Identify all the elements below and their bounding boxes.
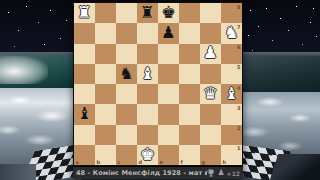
white-bishop[interactable]: ♝ bbox=[140, 65, 155, 82]
white-bishop[interactable]: ♝ bbox=[224, 85, 239, 102]
trophy-icon bbox=[207, 169, 215, 177]
square-a4[interactable] bbox=[74, 84, 95, 104]
square-f1[interactable]: f bbox=[179, 145, 200, 165]
rank-label-8: 8 bbox=[237, 4, 240, 10]
square-c8[interactable] bbox=[116, 3, 137, 23]
file-label-f: f bbox=[181, 159, 183, 165]
chess-board[interactable]: ♜♜♚8♟7♞♟6♞♝5♛4♝♝32abcd♚efg1h bbox=[73, 2, 243, 166]
square-b6[interactable] bbox=[95, 44, 116, 64]
square-e2[interactable] bbox=[158, 125, 179, 145]
square-c4[interactable] bbox=[116, 84, 137, 104]
file-label-c: c bbox=[118, 159, 121, 165]
white-pawn[interactable]: ♟ bbox=[203, 45, 218, 62]
square-h3[interactable]: 3 bbox=[221, 104, 242, 124]
square-d2[interactable] bbox=[137, 125, 158, 145]
rank-label-3: 3 bbox=[237, 105, 240, 111]
square-c6[interactable] bbox=[116, 44, 137, 64]
square-f2[interactable] bbox=[179, 125, 200, 145]
square-a6[interactable] bbox=[74, 44, 95, 64]
chess-puzzle-panel: ♜♜♚8♟7♞♟6♞♝5♛4♝♝32abcd♚efg1h 48 - Комінс… bbox=[73, 2, 243, 179]
file-label-a: a bbox=[76, 159, 79, 165]
square-h1[interactable]: 1h bbox=[221, 145, 242, 165]
dark-corner-bottom-right bbox=[270, 154, 320, 180]
rank-label-1: 1 bbox=[237, 145, 240, 151]
square-b4[interactable] bbox=[95, 84, 116, 104]
square-h6[interactable]: 6 bbox=[221, 44, 242, 64]
square-g6[interactable]: ♟ bbox=[200, 44, 221, 64]
file-label-h: h bbox=[223, 159, 227, 165]
rank-label-6: 6 bbox=[237, 44, 240, 50]
square-c3[interactable] bbox=[116, 104, 137, 124]
square-c2[interactable] bbox=[116, 125, 137, 145]
square-f7[interactable] bbox=[179, 23, 200, 43]
dark-water-bottom-left bbox=[0, 164, 36, 180]
caption-status: ♟ +12 bbox=[207, 169, 240, 177]
square-e1[interactable]: e bbox=[158, 145, 179, 165]
caption-bar: 48 - Комінс Менсфілд 1928 - мат в 2 ходи… bbox=[73, 166, 243, 179]
white-queen[interactable]: ♛ bbox=[203, 85, 218, 102]
puzzle-caption: 48 - Комінс Менсфілд 1928 - мат в 2 ходи bbox=[76, 169, 207, 177]
square-f5[interactable] bbox=[179, 64, 200, 84]
square-a2[interactable] bbox=[74, 125, 95, 145]
black-king[interactable]: ♚ bbox=[161, 4, 176, 21]
square-b5[interactable] bbox=[95, 64, 116, 84]
file-label-g: g bbox=[202, 159, 206, 165]
square-g5[interactable] bbox=[200, 64, 221, 84]
square-c1[interactable]: c bbox=[116, 145, 137, 165]
square-e8[interactable]: ♚ bbox=[158, 3, 179, 23]
square-e3[interactable] bbox=[158, 104, 179, 124]
square-b2[interactable] bbox=[95, 125, 116, 145]
square-g1[interactable]: g bbox=[200, 145, 221, 165]
square-d4[interactable] bbox=[137, 84, 158, 104]
square-h5[interactable]: 5 bbox=[221, 64, 242, 84]
square-e6[interactable] bbox=[158, 44, 179, 64]
material-score: +12 bbox=[227, 170, 240, 177]
square-d3[interactable] bbox=[137, 104, 158, 124]
black-rook[interactable]: ♜ bbox=[140, 4, 155, 21]
wave-foam-splash bbox=[0, 56, 48, 84]
square-h2[interactable]: 2 bbox=[221, 125, 242, 145]
square-h7[interactable]: 7♞ bbox=[221, 23, 242, 43]
square-d6[interactable] bbox=[137, 44, 158, 64]
black-knight[interactable]: ♞ bbox=[119, 65, 134, 82]
black-bishop[interactable]: ♝ bbox=[77, 106, 92, 123]
file-label-e: e bbox=[160, 159, 163, 165]
screenshot: ♜♜♚8♟7♞♟6♞♝5♛4♝♝32abcd♚efg1h 48 - Комінс… bbox=[0, 0, 320, 180]
square-d8[interactable]: ♜ bbox=[137, 3, 158, 23]
square-c7[interactable] bbox=[116, 23, 137, 43]
square-h4[interactable]: 4♝ bbox=[221, 84, 242, 104]
square-f3[interactable] bbox=[179, 104, 200, 124]
square-b7[interactable] bbox=[95, 23, 116, 43]
square-d1[interactable]: d♚ bbox=[137, 145, 158, 165]
file-label-b: b bbox=[97, 159, 101, 165]
square-g7[interactable] bbox=[200, 23, 221, 43]
square-a1[interactable]: a bbox=[74, 145, 95, 165]
square-b1[interactable]: b bbox=[95, 145, 116, 165]
square-e7[interactable]: ♟ bbox=[158, 23, 179, 43]
square-a5[interactable] bbox=[74, 64, 95, 84]
square-a7[interactable] bbox=[74, 23, 95, 43]
square-e5[interactable] bbox=[158, 64, 179, 84]
pawn-icon: ♟ bbox=[217, 169, 224, 177]
square-g4[interactable]: ♛ bbox=[200, 84, 221, 104]
white-rook[interactable]: ♜ bbox=[77, 4, 92, 21]
square-e4[interactable] bbox=[158, 84, 179, 104]
square-a3[interactable]: ♝ bbox=[74, 104, 95, 124]
white-king[interactable]: ♚ bbox=[140, 146, 155, 163]
square-d5[interactable]: ♝ bbox=[137, 64, 158, 84]
square-c5[interactable]: ♞ bbox=[116, 64, 137, 84]
black-pawn[interactable]: ♟ bbox=[161, 25, 176, 42]
square-a8[interactable]: ♜ bbox=[74, 3, 95, 23]
square-g3[interactable] bbox=[200, 104, 221, 124]
rank-label-2: 2 bbox=[237, 125, 240, 131]
stars bbox=[0, 0, 1, 1]
square-d7[interactable] bbox=[137, 23, 158, 43]
square-g2[interactable] bbox=[200, 125, 221, 145]
square-b3[interactable] bbox=[95, 104, 116, 124]
square-h8[interactable]: 8 bbox=[221, 3, 242, 23]
rank-label-5: 5 bbox=[237, 64, 240, 70]
square-b8[interactable] bbox=[95, 3, 116, 23]
square-g8[interactable] bbox=[200, 3, 221, 23]
square-f4[interactable] bbox=[179, 84, 200, 104]
square-f6[interactable] bbox=[179, 44, 200, 64]
square-f8[interactable] bbox=[179, 3, 200, 23]
white-knight[interactable]: ♞ bbox=[224, 25, 239, 42]
